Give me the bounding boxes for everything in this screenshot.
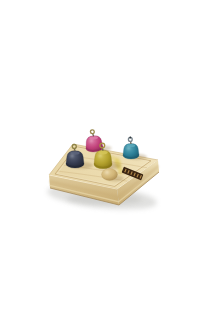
pink-knob — [84, 128, 111, 153]
teal-knob-hook — [128, 137, 132, 144]
pink-knob-hook — [90, 130, 94, 137]
navy-knob-highlight — [70, 154, 74, 158]
teal-knob — [123, 137, 147, 160]
product-photo — [0, 0, 214, 321]
pink-knob-hook-ring — [90, 130, 94, 134]
tan-wooden-ball-body — [102, 169, 118, 181]
yellow-knob-highlight — [98, 154, 102, 158]
teal-knob-highlight — [127, 147, 130, 150]
yellow-knob-top-cap — [98, 151, 107, 155]
tan-wooden-ball-highlight — [105, 171, 109, 175]
product-photo-scene — [0, 0, 214, 321]
